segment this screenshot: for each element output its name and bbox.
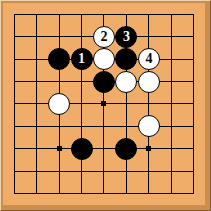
intersection-e6[interactable] xyxy=(93,115,115,137)
intersection-b4[interactable] xyxy=(25,70,47,92)
grid-line-vertical xyxy=(126,160,127,182)
grid-line-vertical xyxy=(59,70,60,92)
grid-line-vertical xyxy=(171,25,172,47)
grid-line-vertical xyxy=(59,25,60,47)
move-number: 1 xyxy=(78,52,85,66)
grid-line-vertical xyxy=(171,48,172,70)
grid-line-vertical xyxy=(36,160,37,182)
grid-line-vertical xyxy=(193,160,194,182)
intersection-f3[interactable] xyxy=(115,48,137,70)
grid-line-vertical xyxy=(36,138,37,160)
grid-line-vertical xyxy=(103,115,104,137)
grid-line-horizontal xyxy=(183,193,194,194)
grid-line-horizontal xyxy=(14,148,25,149)
intersection-g4[interactable] xyxy=(138,70,160,92)
grid-line-vertical xyxy=(14,115,15,137)
grid-line-horizontal xyxy=(14,81,25,82)
intersection-g9[interactable] xyxy=(138,183,160,205)
grid-line-vertical xyxy=(81,93,82,115)
intersection-c3[interactable] xyxy=(48,48,70,70)
intersection-b9[interactable] xyxy=(25,183,47,205)
intersection-h3[interactable] xyxy=(160,48,182,70)
white-stone[interactable] xyxy=(93,48,115,70)
intersection-i7[interactable] xyxy=(183,138,205,160)
grid-line-vertical xyxy=(14,138,15,160)
grid-line-vertical xyxy=(126,183,127,194)
white-stone[interactable] xyxy=(138,115,160,137)
grid-line-vertical xyxy=(14,160,15,182)
intersection-b7[interactable] xyxy=(25,138,47,160)
white-stone[interactable] xyxy=(138,71,160,93)
black-stone[interactable] xyxy=(71,138,93,160)
move-number: 3 xyxy=(123,30,130,44)
intersection-g3[interactable]: 4 xyxy=(138,48,160,70)
grid-line-vertical xyxy=(81,160,82,182)
intersection-a3[interactable] xyxy=(3,48,25,70)
intersection-b5[interactable] xyxy=(25,93,47,115)
intersection-e3[interactable] xyxy=(93,48,115,70)
intersection-g2[interactable] xyxy=(138,25,160,47)
grid-line-vertical xyxy=(103,14,104,25)
intersection-e5[interactable] xyxy=(93,93,115,115)
grid-line-horizontal xyxy=(183,103,194,104)
intersection-h1[interactable] xyxy=(160,3,182,25)
intersection-c8[interactable] xyxy=(48,160,70,182)
black-stone[interactable] xyxy=(93,71,115,93)
intersection-a4[interactable] xyxy=(3,70,25,92)
grid-line-vertical xyxy=(171,70,172,92)
intersection-a6[interactable] xyxy=(3,115,25,137)
intersection-g1[interactable] xyxy=(138,3,160,25)
move-number: 2 xyxy=(100,30,107,44)
grid-line-vertical xyxy=(126,93,127,115)
white-stone[interactable] xyxy=(115,71,137,93)
grid-line-horizontal xyxy=(183,36,194,37)
intersection-a9[interactable] xyxy=(3,183,25,205)
grid-line-horizontal xyxy=(183,14,194,15)
intersection-e8[interactable] xyxy=(93,160,115,182)
grid-line-vertical xyxy=(171,115,172,137)
grid-line-vertical xyxy=(81,115,82,137)
grid-line-vertical xyxy=(36,14,37,25)
grid-line-vertical xyxy=(14,25,15,47)
star-point xyxy=(57,146,62,151)
grid-line-vertical xyxy=(148,93,149,115)
grid-line-vertical xyxy=(59,160,60,182)
intersection-d2[interactable] xyxy=(70,25,92,47)
grid-line-vertical xyxy=(81,70,82,92)
white-stone[interactable]: 4 xyxy=(138,48,160,70)
black-stone[interactable] xyxy=(48,48,70,70)
grid-line-vertical xyxy=(193,48,194,70)
white-stone[interactable] xyxy=(48,93,70,115)
grid-line-vertical xyxy=(193,70,194,92)
black-stone[interactable]: 1 xyxy=(71,48,93,70)
intersection-i6[interactable] xyxy=(183,115,205,137)
intersection-i9[interactable] xyxy=(183,183,205,205)
grid-line-vertical xyxy=(59,183,60,194)
intersection-g5[interactable] xyxy=(138,93,160,115)
grid-line-vertical xyxy=(171,160,172,182)
intersection-f2[interactable]: 3 xyxy=(115,25,137,47)
intersection-h4[interactable] xyxy=(160,70,182,92)
intersection-h6[interactable] xyxy=(160,115,182,137)
intersection-g6[interactable] xyxy=(138,115,160,137)
intersection-e2[interactable]: 2 xyxy=(93,25,115,47)
intersection-d1[interactable] xyxy=(70,3,92,25)
grid-line-vertical xyxy=(36,93,37,115)
intersection-f6[interactable] xyxy=(115,115,137,137)
intersection-c1[interactable] xyxy=(48,3,70,25)
grid-line-vertical xyxy=(193,93,194,115)
grid-line-vertical xyxy=(193,14,194,25)
intersection-a1[interactable] xyxy=(3,3,25,25)
black-stone[interactable] xyxy=(115,48,137,70)
go-board: 2314 xyxy=(0,0,211,211)
grid-line-vertical xyxy=(193,115,194,137)
grid-line-vertical xyxy=(148,25,149,47)
intersection-c2[interactable] xyxy=(48,25,70,47)
black-stone[interactable] xyxy=(115,138,137,160)
intersection-h2[interactable] xyxy=(160,25,182,47)
intersection-e4[interactable] xyxy=(93,70,115,92)
intersection-d6[interactable] xyxy=(70,115,92,137)
grid-line-vertical xyxy=(103,183,104,194)
intersection-c5[interactable] xyxy=(48,93,70,115)
intersection-f8[interactable] xyxy=(115,160,137,182)
intersection-h9[interactable] xyxy=(160,183,182,205)
grid-line-vertical xyxy=(14,14,15,25)
grid-line-vertical xyxy=(148,183,149,194)
grid-line-horizontal xyxy=(14,193,25,194)
grid-line-vertical xyxy=(14,70,15,92)
grid-line-horizontal xyxy=(183,171,194,172)
grid-line-vertical xyxy=(148,160,149,182)
intersection-f1[interactable] xyxy=(115,3,137,25)
grid-line-vertical xyxy=(171,93,172,115)
grid-line-vertical xyxy=(81,183,82,194)
intersection-b8[interactable] xyxy=(25,160,47,182)
star-point xyxy=(146,146,151,151)
grid-line-vertical xyxy=(14,93,15,115)
grid-line-vertical xyxy=(36,25,37,47)
intersection-h8[interactable] xyxy=(160,160,182,182)
intersection-d8[interactable] xyxy=(70,160,92,182)
grid-line-vertical xyxy=(14,183,15,194)
intersection-i5[interactable] xyxy=(183,93,205,115)
grid-line-vertical xyxy=(171,138,172,160)
grid-line-vertical xyxy=(59,14,60,25)
grid-line-vertical xyxy=(14,48,15,70)
intersection-c9[interactable] xyxy=(48,183,70,205)
intersection-g8[interactable] xyxy=(138,160,160,182)
grid-line-vertical xyxy=(148,14,149,25)
intersection-f4[interactable] xyxy=(115,70,137,92)
grid-line-vertical xyxy=(36,115,37,137)
grid-line-vertical xyxy=(81,14,82,25)
grid-line-horizontal xyxy=(14,171,25,172)
grid-line-vertical xyxy=(126,14,127,25)
intersection-b6[interactable] xyxy=(25,115,47,137)
star-point xyxy=(101,101,106,106)
grid-line-vertical xyxy=(103,160,104,182)
grid-line-vertical xyxy=(81,25,82,47)
grid-line-horizontal xyxy=(183,81,194,82)
grid-line-vertical xyxy=(36,48,37,70)
grid-line-vertical xyxy=(36,70,37,92)
grid-line-vertical xyxy=(36,183,37,194)
move-number: 4 xyxy=(145,52,152,66)
intersection-d9[interactable] xyxy=(70,183,92,205)
intersection-f9[interactable] xyxy=(115,183,137,205)
grid-line-horizontal xyxy=(183,59,194,60)
grid-line-horizontal xyxy=(183,126,194,127)
intersection-i2[interactable] xyxy=(183,25,205,47)
intersection-h5[interactable] xyxy=(160,93,182,115)
intersection-b2[interactable] xyxy=(25,25,47,47)
intersection-b1[interactable] xyxy=(25,3,47,25)
intersection-d7[interactable] xyxy=(70,138,92,160)
grid-line-vertical xyxy=(193,138,194,160)
intersection-d5[interactable] xyxy=(70,93,92,115)
grid-line-horizontal xyxy=(14,126,25,127)
intersection-e9[interactable] xyxy=(93,183,115,205)
grid-line-horizontal xyxy=(14,103,25,104)
intersection-a7[interactable] xyxy=(3,138,25,160)
intersection-a2[interactable] xyxy=(3,25,25,47)
intersection-f7[interactable] xyxy=(115,138,137,160)
grid-line-horizontal xyxy=(14,14,25,15)
grid-line-vertical xyxy=(59,115,60,137)
intersection-i4[interactable] xyxy=(183,70,205,92)
intersection-d4[interactable] xyxy=(70,70,92,92)
intersection-e1[interactable] xyxy=(93,3,115,25)
intersection-e7[interactable] xyxy=(93,138,115,160)
intersection-d3[interactable]: 1 xyxy=(70,48,92,70)
intersection-f5[interactable] xyxy=(115,93,137,115)
intersection-i1[interactable] xyxy=(183,3,205,25)
grid-line-horizontal xyxy=(14,36,25,37)
white-stone[interactable]: 2 xyxy=(93,26,115,48)
intersection-i3[interactable] xyxy=(183,48,205,70)
intersection-c7[interactable] xyxy=(48,138,70,160)
intersection-c4[interactable] xyxy=(48,70,70,92)
board-grid: 2314 xyxy=(3,3,205,205)
grid-line-vertical xyxy=(171,14,172,25)
grid-line-horizontal xyxy=(183,148,194,149)
intersection-g7[interactable] xyxy=(138,138,160,160)
intersection-b3[interactable] xyxy=(25,48,47,70)
black-stone[interactable]: 3 xyxy=(115,26,137,48)
grid-line-vertical xyxy=(193,183,194,194)
intersection-a5[interactable] xyxy=(3,93,25,115)
grid-line-vertical xyxy=(193,25,194,47)
intersection-i8[interactable] xyxy=(183,160,205,182)
intersection-a8[interactable] xyxy=(3,160,25,182)
intersection-c6[interactable] xyxy=(48,115,70,137)
grid-line-horizontal xyxy=(14,59,25,60)
intersection-h7[interactable] xyxy=(160,138,182,160)
grid-line-vertical xyxy=(171,183,172,194)
board-surface: 2314 xyxy=(3,3,205,205)
grid-line-vertical xyxy=(126,115,127,137)
grid-line-vertical xyxy=(103,138,104,160)
